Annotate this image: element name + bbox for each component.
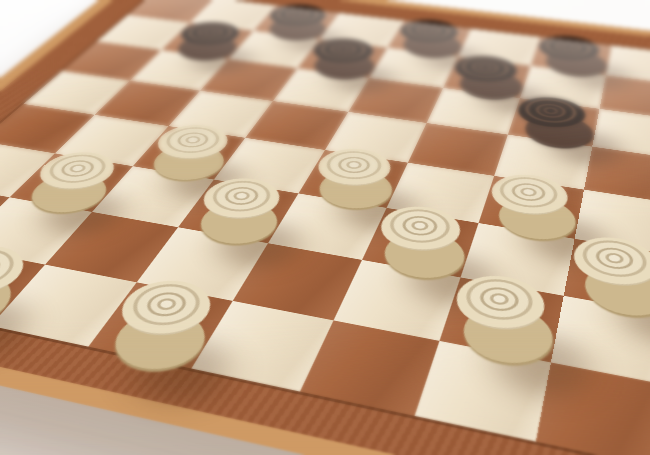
- dark-checker-piece[interactable]: [394, 17, 462, 46]
- checkers-photo-scene: [0, 0, 650, 455]
- board-grid: [0, 0, 650, 455]
- dark-checker-piece[interactable]: [535, 33, 601, 64]
- checkers-board: [0, 0, 650, 455]
